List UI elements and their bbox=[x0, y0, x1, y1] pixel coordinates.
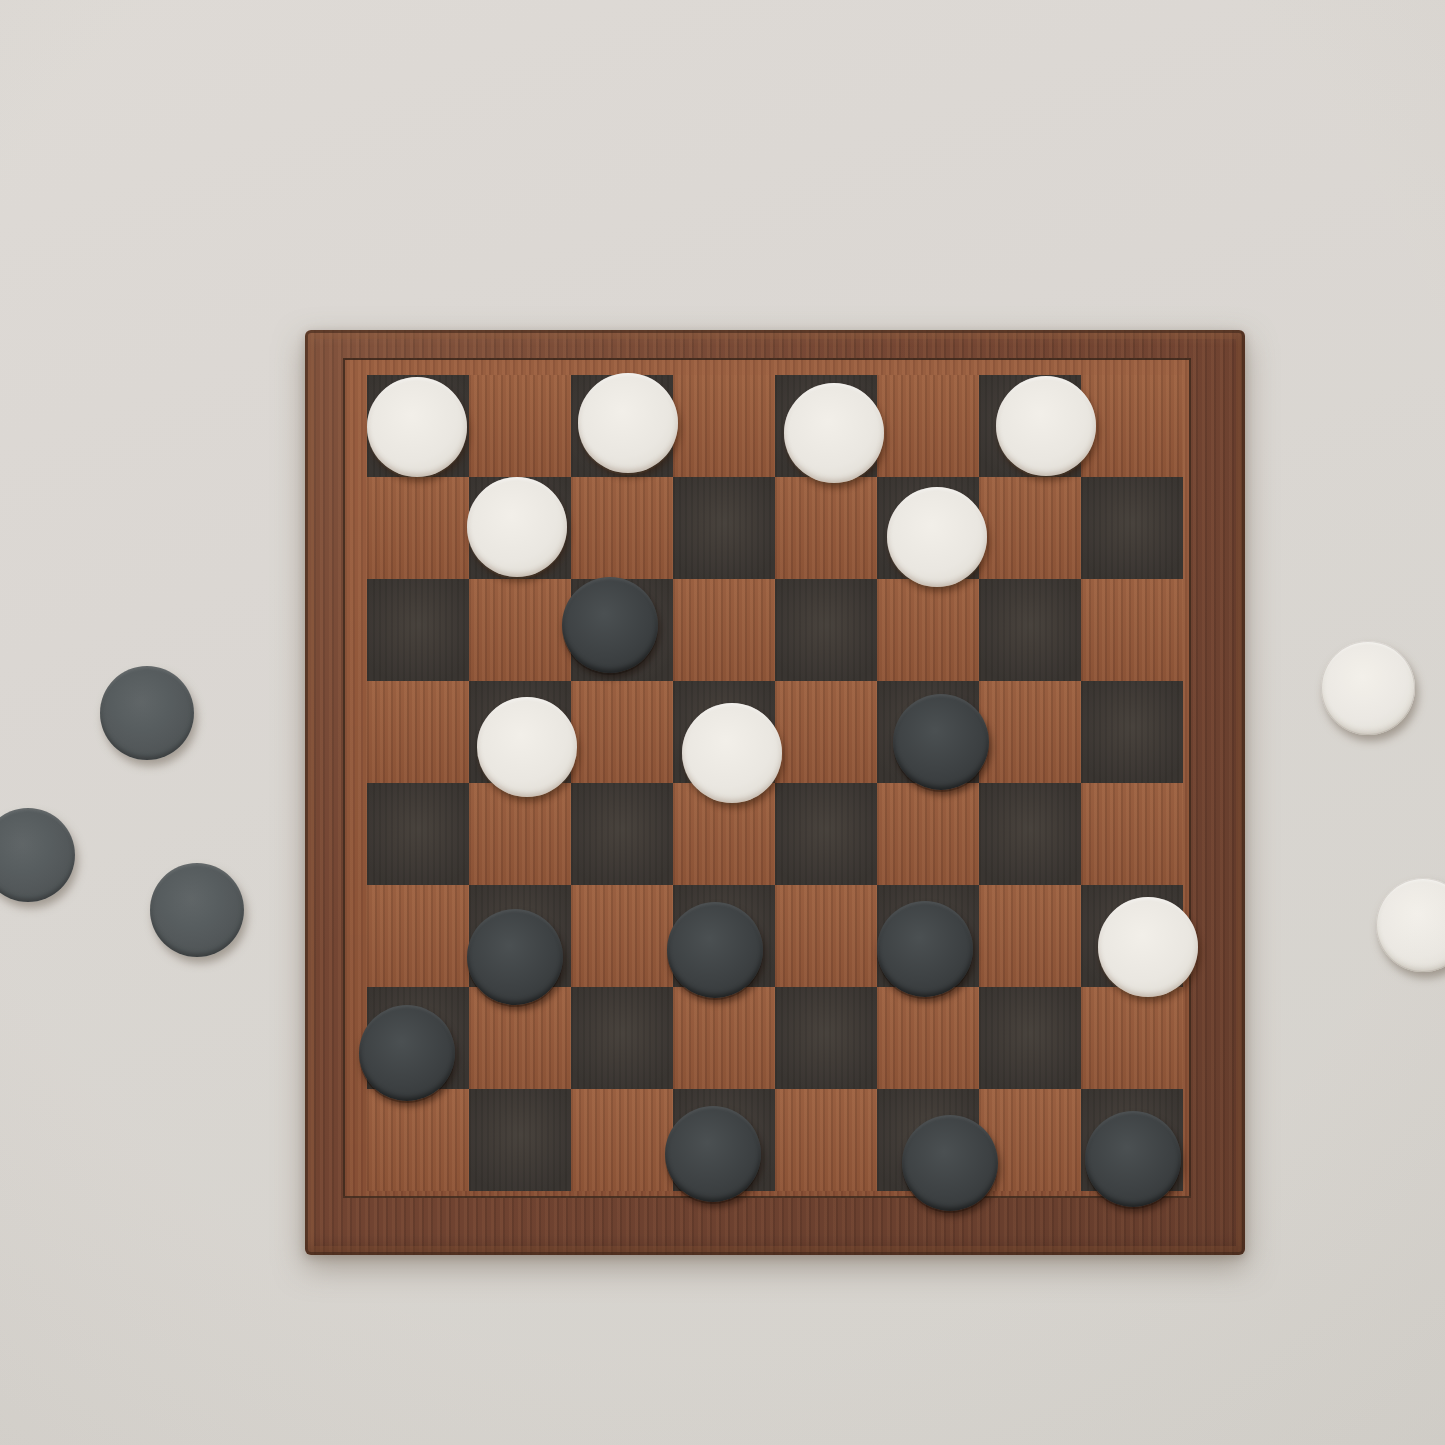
black-checker-b3[interactable] bbox=[467, 909, 563, 1005]
white-checker-b5[interactable] bbox=[477, 697, 577, 797]
black-checker-f3[interactable] bbox=[877, 901, 973, 997]
white-checker-offboard-5[interactable] bbox=[1376, 878, 1445, 972]
black-checker-a2[interactable] bbox=[359, 1005, 455, 1101]
white-checker-c8[interactable] bbox=[578, 373, 678, 473]
black-checker-d3[interactable] bbox=[667, 902, 763, 998]
black-checker-f1[interactable] bbox=[902, 1115, 998, 1211]
white-checker-d5[interactable] bbox=[682, 703, 782, 803]
white-checker-h3[interactable] bbox=[1098, 897, 1198, 997]
black-checker-h1[interactable] bbox=[1085, 1111, 1181, 1207]
black-checker-offboard-2[interactable] bbox=[0, 808, 75, 902]
white-checker-offboard-4[interactable] bbox=[1321, 641, 1415, 735]
photo-scene bbox=[0, 0, 1445, 1445]
white-checker-f7[interactable] bbox=[887, 487, 987, 587]
black-checker-f5[interactable] bbox=[893, 694, 989, 790]
white-checker-e8[interactable] bbox=[784, 383, 884, 483]
pieces-layer bbox=[367, 375, 1183, 1191]
black-checker-c6[interactable] bbox=[562, 577, 658, 673]
checkers-board bbox=[305, 330, 1245, 1255]
black-checker-offboard-1[interactable] bbox=[100, 666, 194, 760]
white-checker-a8[interactable] bbox=[367, 377, 467, 477]
board-surface bbox=[343, 358, 1191, 1198]
black-checker-offboard-3[interactable] bbox=[150, 863, 244, 957]
black-checker-d1[interactable] bbox=[665, 1106, 761, 1202]
white-checker-g8[interactable] bbox=[996, 376, 1096, 476]
white-checker-b7[interactable] bbox=[467, 477, 567, 577]
